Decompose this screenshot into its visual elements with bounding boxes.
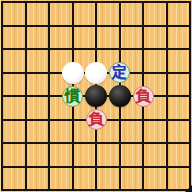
marker-stone[interactable]: 負 [133, 86, 154, 107]
marker-stone[interactable]: 定 [109, 62, 130, 83]
marker-label: 負 [89, 112, 104, 127]
grid-line-horizontal [1, 166, 191, 168]
grid-line-horizontal [1, 142, 191, 144]
white-stone[interactable] [62, 62, 84, 84]
marker-stone[interactable]: 負 [86, 109, 107, 130]
marker-stone[interactable]: 慣 [62, 86, 83, 107]
black-stone[interactable] [85, 85, 107, 107]
black-stone[interactable] [109, 85, 131, 107]
corner-notch [185, 185, 192, 192]
marker-label: 慣 [65, 89, 80, 104]
grid-line-vertical [166, 1, 168, 191]
marker-label: 定 [112, 65, 127, 80]
marker-label: 負 [136, 89, 151, 104]
go-board[interactable]: 定慣負負 [0, 0, 192, 192]
white-stone[interactable] [85, 62, 107, 84]
grid-line-horizontal [1, 189, 191, 191]
grid-line-vertical [189, 1, 191, 191]
